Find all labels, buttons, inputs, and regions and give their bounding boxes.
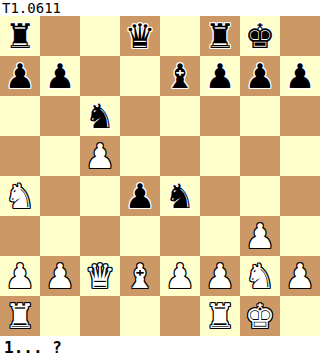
square-g4[interactable] — [240, 176, 280, 216]
black-pawn-g7[interactable]: ♟ — [245, 56, 275, 96]
square-e7[interactable]: ♝ — [160, 56, 200, 96]
square-a8[interactable]: ♜ — [0, 16, 40, 56]
square-c2[interactable]: ♛ — [80, 256, 120, 296]
black-pawn-d4[interactable]: ♟ — [125, 176, 155, 216]
square-g7[interactable]: ♟ — [240, 56, 280, 96]
black-rook-a8[interactable]: ♜ — [5, 16, 35, 56]
square-e4[interactable]: ♞ — [160, 176, 200, 216]
square-h8[interactable] — [280, 16, 320, 56]
square-h6[interactable] — [280, 96, 320, 136]
square-b3[interactable] — [40, 216, 80, 256]
square-h5[interactable] — [280, 136, 320, 176]
square-c5[interactable]: ♟ — [80, 136, 120, 176]
square-e1[interactable] — [160, 296, 200, 336]
square-f8[interactable]: ♜ — [200, 16, 240, 56]
square-c8[interactable] — [80, 16, 120, 56]
square-a3[interactable] — [0, 216, 40, 256]
chess-board: ♜♛♜♚♟♟♝♟♟♟♞♟♞♟♞♟♟♟♛♝♟♟♞♟♜♜♚ — [0, 16, 320, 336]
square-c7[interactable] — [80, 56, 120, 96]
white-pawn-b2[interactable]: ♟ — [45, 256, 75, 296]
square-a7[interactable]: ♟ — [0, 56, 40, 96]
square-e5[interactable] — [160, 136, 200, 176]
square-d5[interactable] — [120, 136, 160, 176]
square-g6[interactable] — [240, 96, 280, 136]
square-d2[interactable]: ♝ — [120, 256, 160, 296]
square-b5[interactable] — [40, 136, 80, 176]
black-pawn-f7[interactable]: ♟ — [205, 56, 235, 96]
square-c3[interactable] — [80, 216, 120, 256]
square-h4[interactable] — [280, 176, 320, 216]
white-bishop-d2[interactable]: ♝ — [125, 256, 155, 296]
square-d1[interactable] — [120, 296, 160, 336]
white-queen-c2[interactable]: ♛ — [85, 256, 115, 296]
square-b6[interactable] — [40, 96, 80, 136]
square-g8[interactable]: ♚ — [240, 16, 280, 56]
square-a6[interactable] — [0, 96, 40, 136]
puzzle-id: T1.0611 — [0, 0, 320, 16]
puzzle-frame: T1.0611 ♜♛♜♚♟♟♝♟♟♟♞♟♞♟♞♟♟♟♛♝♟♟♞♟♜♜♚ 1...… — [0, 0, 320, 360]
white-knight-g2[interactable]: ♞ — [245, 256, 275, 296]
square-a4[interactable]: ♞ — [0, 176, 40, 216]
square-h1[interactable] — [280, 296, 320, 336]
square-b2[interactable]: ♟ — [40, 256, 80, 296]
square-f7[interactable]: ♟ — [200, 56, 240, 96]
square-d7[interactable] — [120, 56, 160, 96]
square-d8[interactable]: ♛ — [120, 16, 160, 56]
square-e8[interactable] — [160, 16, 200, 56]
white-pawn-g3[interactable]: ♟ — [245, 216, 275, 256]
black-pawn-h7[interactable]: ♟ — [285, 56, 315, 96]
square-c1[interactable] — [80, 296, 120, 336]
square-g2[interactable]: ♞ — [240, 256, 280, 296]
square-c4[interactable] — [80, 176, 120, 216]
square-a1[interactable]: ♜ — [0, 296, 40, 336]
black-bishop-e7[interactable]: ♝ — [165, 56, 195, 96]
square-h7[interactable]: ♟ — [280, 56, 320, 96]
square-b7[interactable]: ♟ — [40, 56, 80, 96]
square-e3[interactable] — [160, 216, 200, 256]
white-pawn-a2[interactable]: ♟ — [5, 256, 35, 296]
black-queen-d8[interactable]: ♛ — [125, 16, 155, 56]
white-pawn-c5[interactable]: ♟ — [85, 136, 115, 176]
black-knight-c6[interactable]: ♞ — [85, 96, 115, 136]
square-b4[interactable] — [40, 176, 80, 216]
black-king-g8[interactable]: ♚ — [245, 16, 275, 56]
square-g1[interactable]: ♚ — [240, 296, 280, 336]
black-pawn-b7[interactable]: ♟ — [45, 56, 75, 96]
white-rook-a1[interactable]: ♜ — [5, 296, 35, 336]
white-rook-f1[interactable]: ♜ — [205, 296, 235, 336]
square-a2[interactable]: ♟ — [0, 256, 40, 296]
square-h3[interactable] — [280, 216, 320, 256]
square-e6[interactable] — [160, 96, 200, 136]
square-f3[interactable] — [200, 216, 240, 256]
square-d4[interactable]: ♟ — [120, 176, 160, 216]
square-b1[interactable] — [40, 296, 80, 336]
square-g3[interactable]: ♟ — [240, 216, 280, 256]
square-f1[interactable]: ♜ — [200, 296, 240, 336]
white-pawn-f2[interactable]: ♟ — [205, 256, 235, 296]
square-g5[interactable] — [240, 136, 280, 176]
square-e2[interactable]: ♟ — [160, 256, 200, 296]
square-b8[interactable] — [40, 16, 80, 56]
square-d6[interactable] — [120, 96, 160, 136]
square-f2[interactable]: ♟ — [200, 256, 240, 296]
black-pawn-a7[interactable]: ♟ — [5, 56, 35, 96]
square-c6[interactable]: ♞ — [80, 96, 120, 136]
white-pawn-h2[interactable]: ♟ — [285, 256, 315, 296]
square-h2[interactable]: ♟ — [280, 256, 320, 296]
black-knight-e4[interactable]: ♞ — [165, 176, 195, 216]
white-knight-a4[interactable]: ♞ — [5, 176, 35, 216]
square-f5[interactable] — [200, 136, 240, 176]
square-d3[interactable] — [120, 216, 160, 256]
white-pawn-e2[interactable]: ♟ — [165, 256, 195, 296]
black-rook-f8[interactable]: ♜ — [205, 16, 235, 56]
square-f6[interactable] — [200, 96, 240, 136]
move-prompt: 1... ? — [0, 336, 320, 360]
square-f4[interactable] — [200, 176, 240, 216]
square-a5[interactable] — [0, 136, 40, 176]
white-king-g1[interactable]: ♚ — [245, 296, 275, 336]
